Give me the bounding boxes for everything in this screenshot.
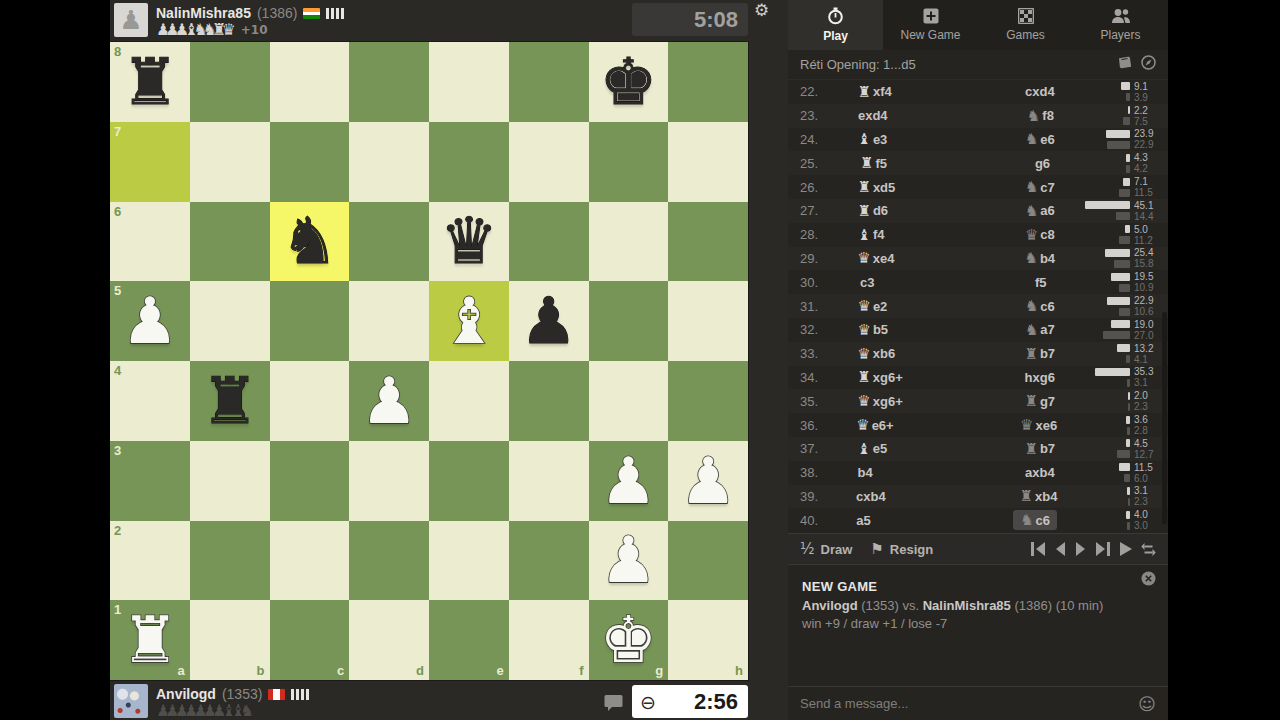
square-a3[interactable]: 3	[110, 441, 190, 521]
move-number: 25.	[788, 156, 860, 171]
move-black[interactable]: ♞c7	[1025, 178, 1055, 196]
move-white[interactable]: ♝f4	[857, 226, 1024, 244]
move-white[interactable]: a5	[856, 513, 1020, 528]
move-row: 40.a5♞c64.03.0	[788, 508, 1168, 532]
move-black[interactable]: ♜b7	[1024, 440, 1055, 458]
square-f7[interactable]	[509, 122, 589, 202]
square-e4[interactable]	[429, 361, 509, 441]
emoji-smiley-icon[interactable]: ☺	[1138, 694, 1156, 714]
square-b2[interactable]	[190, 521, 270, 601]
time-value: 7.5	[1130, 116, 1162, 127]
move-list[interactable]: 22.♜xf4cxd49.13.923.exd4♞f82.27.524.♝e3♞…	[788, 80, 1168, 533]
move-times: 11.56.0	[1055, 462, 1168, 484]
player-avatar[interactable]	[114, 684, 148, 718]
rank-label-7: 7	[114, 124, 121, 139]
move-number: 31.	[788, 299, 857, 314]
opponent-avatar[interactable]: ♟	[114, 3, 148, 37]
square-h8[interactable]	[668, 42, 748, 122]
move-black[interactable]: ♛xe6	[1020, 416, 1057, 434]
move-black[interactable]: ♞c6	[1020, 510, 1057, 530]
square-c3[interactable]	[270, 441, 350, 521]
time-value: 4.5	[1130, 438, 1162, 449]
time-bar	[1123, 178, 1130, 186]
move-times: 4.03.0	[1057, 509, 1168, 531]
time-bar	[1117, 344, 1130, 352]
square-a1[interactable]: 1a♜	[110, 600, 190, 680]
square-f2[interactable]	[509, 521, 589, 601]
move-times: 4.512.7	[1055, 438, 1168, 460]
square-h3[interactable]: ♟	[668, 441, 748, 521]
move-white[interactable]: ♜d6	[857, 202, 1024, 220]
tab-players[interactable]: Players	[1073, 0, 1168, 50]
player-name[interactable]: Anvilogd	[156, 686, 216, 702]
move-white[interactable]: ♜xf4	[857, 83, 1025, 101]
figurine-bishop: ♝	[857, 130, 870, 148]
move-white[interactable]: cxb4	[856, 489, 1019, 504]
move-number: 33.	[788, 346, 857, 361]
move-number: 34.	[788, 370, 857, 385]
time-value: 10.6	[1130, 306, 1162, 317]
figurine-queen: ♛	[857, 249, 870, 267]
time-bar	[1095, 368, 1130, 376]
flip-board-icon[interactable]	[1141, 542, 1156, 557]
square-a8[interactable]: 8♜	[110, 42, 190, 122]
move-row: 29.♛xe4♞b425.415.8	[788, 247, 1168, 271]
move-number: 37.	[788, 441, 857, 456]
piece-white-pawn[interactable]: ♟	[668, 441, 748, 521]
square-f4[interactable]	[509, 361, 589, 441]
square-e2[interactable]	[429, 521, 509, 601]
time-bar	[1117, 450, 1130, 458]
move-black[interactable]: ♞e6	[1025, 130, 1055, 148]
time-bar	[1107, 297, 1130, 305]
piece-white-pawn[interactable]: ♟	[589, 521, 669, 601]
move-black[interactable]: ♜xb4	[1020, 487, 1058, 505]
move-white[interactable]: ♜xd5	[857, 178, 1024, 196]
move-row: 31.♛e2♞c622.910.6	[788, 294, 1168, 318]
square-g2[interactable]: ♟	[589, 521, 669, 601]
square-h5[interactable]	[668, 281, 748, 361]
chat-bubble-icon[interactable]	[604, 694, 623, 715]
move-row: 37.♝e5♜b74.512.7	[788, 437, 1168, 461]
move-number: 36.	[788, 418, 856, 433]
time-value: 2.3	[1130, 401, 1162, 412]
figurine-rook: ♜	[1024, 345, 1037, 363]
move-list-scrollbar[interactable]	[1162, 80, 1167, 533]
square-g6[interactable]	[589, 202, 669, 282]
move-white[interactable]: ♛xb6	[857, 345, 1024, 363]
square-b3[interactable]	[190, 441, 270, 521]
rank-label-3: 3	[114, 443, 121, 458]
move-number: 32.	[788, 322, 857, 337]
captured-pawn: ♟	[184, 701, 193, 720]
time-value: 19.5	[1130, 271, 1162, 282]
square-c1[interactable]: c	[270, 600, 350, 680]
move-black[interactable]: hxg6	[1025, 370, 1055, 385]
square-b5[interactable]	[190, 281, 270, 361]
chess-board[interactable]: 8♜♚76♞♛5♟♝♟4♜♟3♟♟2♟1a♜bcdefg♚h	[110, 42, 748, 680]
figurine-rook: ♜	[1024, 392, 1037, 410]
move-number: 26.	[788, 180, 857, 195]
connection-bars-icon	[291, 689, 309, 700]
move-black[interactable]: ♛c8	[1025, 226, 1055, 244]
move-number: 27.	[788, 203, 857, 218]
half-point-icon: ½	[800, 540, 815, 558]
file-label-e: e	[497, 663, 504, 678]
square-d2[interactable]	[349, 521, 429, 601]
square-c5[interactable]	[270, 281, 350, 361]
move-times: 5.011.2	[1055, 224, 1168, 246]
square-b1[interactable]: b	[190, 600, 270, 680]
square-c8[interactable]	[270, 42, 350, 122]
timer-icon: ⊖	[640, 691, 656, 713]
square-h1[interactable]: h	[668, 600, 748, 680]
move-times: 3.62.8	[1057, 414, 1168, 436]
figurine-knight: ♞	[1020, 511, 1033, 529]
time-bar	[1106, 130, 1130, 138]
move-row: 35.♛xg6+♜g72.02.3	[788, 389, 1168, 413]
move-row: 27.♜d6♞a645.114.4	[788, 199, 1168, 223]
chat-bar: ☺	[788, 686, 1168, 720]
figurine-rook: ♜	[857, 202, 870, 220]
time-bar	[1119, 463, 1131, 471]
time-value: 4.2	[1130, 163, 1162, 174]
captured-bishop: ♝	[231, 701, 240, 720]
square-e1[interactable]: e	[429, 600, 509, 680]
square-h7[interactable]	[668, 122, 748, 202]
move-times: 3.12.3	[1057, 485, 1168, 507]
selected-move: ♞c6	[1013, 510, 1057, 530]
file-label-f: f	[579, 663, 583, 678]
chat-message-input[interactable]	[800, 696, 1138, 711]
opponent-captured-pieces: ♟♟♟♝♞♞♜♛ +10	[156, 22, 268, 38]
captured-pawn: ♟	[175, 20, 184, 39]
time-value: 3.1	[1130, 485, 1162, 496]
square-b7[interactable]	[190, 122, 270, 202]
move-times: 9.13.9	[1055, 81, 1168, 103]
figurine-knight: ♞	[1025, 321, 1038, 339]
time-bar	[1119, 308, 1130, 316]
move-row: 24.♝e3♞e623.922.9	[788, 128, 1168, 152]
file-label-c: c	[337, 663, 344, 678]
move-row: 26.♜xd5♞c77.111.5	[788, 175, 1168, 199]
piece-white-pawn[interactable]: ♟	[349, 361, 429, 441]
time-bar	[1116, 212, 1130, 220]
piece-white-rook[interactable]: ♜	[110, 600, 190, 680]
piece-black-rook[interactable]: ♜	[190, 361, 270, 441]
time-value: 4.3	[1130, 152, 1162, 163]
figurine-rook: ♜	[857, 83, 870, 101]
square-a2[interactable]: 2	[110, 521, 190, 601]
square-g8[interactable]: ♚	[589, 42, 669, 122]
square-f8[interactable]	[509, 42, 589, 122]
time-bar	[1119, 284, 1130, 292]
square-b6[interactable]	[190, 202, 270, 282]
time-value: 2.2	[1130, 105, 1162, 116]
move-times: 35.33.1	[1055, 366, 1168, 388]
opening-row: Réti Opening: 1...d5	[788, 50, 1168, 80]
tab-bar: Play New Game Games Players	[788, 0, 1168, 50]
piece-black-pawn[interactable]: ♟	[509, 281, 589, 361]
move-black[interactable]: g6	[1035, 156, 1050, 171]
square-d3[interactable]	[349, 441, 429, 521]
move-number: 39.	[788, 489, 856, 504]
time-bar	[1111, 273, 1131, 281]
square-h6[interactable]	[668, 202, 748, 282]
square-b4[interactable]: ♜	[190, 361, 270, 441]
move-black[interactable]: ♞a7	[1025, 321, 1055, 339]
square-g1[interactable]: g♚	[589, 600, 669, 680]
time-value: 12.7	[1130, 449, 1162, 460]
time-bar	[1121, 82, 1130, 90]
move-number: 40.	[788, 513, 856, 528]
move-white[interactable]: c3	[860, 275, 1035, 290]
square-d5[interactable]	[349, 281, 429, 361]
time-value: 5.0	[1130, 224, 1162, 235]
move-white[interactable]: ♛e6+	[856, 416, 1020, 434]
captured-pawn: ♟	[175, 701, 184, 720]
settings-gear-icon[interactable]: ⚙	[754, 0, 769, 20]
move-white[interactable]: ♝e3	[857, 130, 1024, 148]
figurine-rook: ♜	[1024, 440, 1037, 458]
move-row: 33.♛xb6♜b713.24.1	[788, 342, 1168, 366]
rank-label-4: 4	[114, 363, 121, 378]
square-e8[interactable]	[429, 42, 509, 122]
square-d1[interactable]: d	[349, 600, 429, 680]
piece-white-pawn[interactable]: ♟	[589, 441, 669, 521]
figurine-knight: ♞	[1024, 249, 1037, 267]
move-row: 32.♛b5♞a719.027.0	[788, 318, 1168, 342]
piece-black-king[interactable]: ♚	[589, 42, 669, 122]
sidebar-panel: Play New Game Games Players Réti Opening…	[788, 0, 1168, 720]
figurine-queen: ♛	[1020, 416, 1033, 434]
captured-rook: ♜	[212, 20, 221, 39]
move-white[interactable]: ♛xe4	[857, 249, 1024, 267]
connection-bars-icon	[326, 8, 344, 19]
previous-move-icon[interactable]	[1055, 542, 1066, 556]
move-black[interactable]: ♞a6	[1025, 202, 1055, 220]
square-e7[interactable]	[429, 122, 509, 202]
draw-button[interactable]: ½ Draw	[800, 540, 852, 558]
figurine-knight: ♞	[1025, 297, 1038, 315]
move-number: 22.	[788, 84, 857, 99]
material-advantage: +10	[241, 22, 268, 38]
move-times: 19.510.9	[1050, 271, 1168, 293]
move-number: 30.	[788, 275, 860, 290]
figurine-knight: ♞	[1025, 130, 1038, 148]
square-c2[interactable]	[270, 521, 350, 601]
mute-chat-icon[interactable]	[1141, 571, 1156, 590]
time-bar	[1105, 249, 1130, 257]
move-white[interactable]: ♛b5	[857, 321, 1024, 339]
figurine-queen: ♛	[857, 345, 870, 363]
time-value: 25.4	[1130, 247, 1162, 258]
move-row: 34.♜xg6+hxg635.33.1	[788, 366, 1168, 390]
rating-terms: win +9 / draw +1 / lose -7	[802, 616, 1154, 631]
move-black[interactable]: ♞f8	[1027, 107, 1054, 125]
piece-black-rook[interactable]: ♜	[110, 42, 190, 122]
square-d6[interactable]	[349, 202, 429, 282]
time-bar	[1107, 141, 1130, 149]
move-black[interactable]: cxd4	[1025, 84, 1055, 99]
move-white[interactable]: ♝e5	[857, 440, 1024, 458]
square-e3[interactable]	[429, 441, 509, 521]
move-white[interactable]: ♛e2	[857, 297, 1024, 315]
square-g7[interactable]	[589, 122, 669, 202]
captured-knight: ♞	[193, 20, 202, 39]
move-times: 22.910.6	[1055, 295, 1168, 317]
move-times: 25.415.8	[1055, 247, 1168, 269]
square-h4[interactable]	[668, 361, 748, 441]
player-bar: Anvilogd (1353) ♟♟♟♟♟♟♟♝♝♞ ⊖ 2:56	[112, 681, 748, 720]
figurine-queen: ♛	[857, 392, 870, 410]
move-white[interactable]: exd4	[858, 108, 1027, 123]
square-a7[interactable]: 7	[110, 122, 190, 202]
piece-black-knight[interactable]: ♞	[270, 202, 350, 282]
time-value: 3.6	[1130, 414, 1162, 425]
move-black[interactable]: axb4	[1025, 465, 1055, 480]
captured-bishop: ♝	[184, 20, 193, 39]
piece-white-bishop[interactable]: ♝	[429, 281, 509, 361]
game-controls: ½ Draw ⚑ Resign	[788, 533, 1168, 565]
move-times: 2.02.3	[1055, 390, 1168, 412]
move-number: 23.	[788, 108, 858, 123]
next-move-icon[interactable]	[1075, 542, 1086, 556]
figurine-bishop: ♝	[857, 440, 870, 458]
square-c4[interactable]	[270, 361, 350, 441]
move-times: 4.34.2	[1050, 152, 1168, 174]
square-a6[interactable]: 6	[110, 202, 190, 282]
captured-pawn: ♟	[203, 701, 212, 720]
move-number: 35.	[788, 394, 857, 409]
piece-white-pawn[interactable]: ♟	[110, 281, 190, 361]
canada-flag-icon	[268, 689, 285, 700]
jump-to-start-icon[interactable]	[1031, 542, 1046, 556]
tab-new-game[interactable]: New Game	[883, 0, 978, 50]
move-row: 25.♜f5g64.34.2	[788, 151, 1168, 175]
captured-knight: ♞	[240, 701, 249, 720]
player-clock: ⊖ 2:56	[632, 685, 748, 718]
move-number: 38.	[788, 465, 857, 480]
move-black[interactable]: ♞b4	[1024, 249, 1055, 267]
move-row: 30.c3f519.510.9	[788, 270, 1168, 294]
captured-pawn: ♟	[156, 20, 165, 39]
time-bar	[1103, 331, 1130, 339]
move-black[interactable]: ♞c6	[1025, 297, 1055, 315]
square-c6[interactable]: ♞	[270, 202, 350, 282]
square-f6[interactable]	[509, 202, 589, 282]
time-bar	[1085, 201, 1130, 209]
jump-to-end-icon[interactable]	[1095, 542, 1110, 556]
time-value: 11.5	[1130, 462, 1162, 473]
time-value: 35.3	[1130, 366, 1162, 377]
opponent-clock: 5:08	[632, 3, 748, 36]
time-value: 11.2	[1130, 235, 1162, 246]
matchup-line: Anvilogd (1353) vs. NalinMishra85 (1386)…	[802, 598, 1154, 613]
time-value: 23.9	[1130, 128, 1162, 139]
time-value: 22.9	[1130, 295, 1162, 306]
move-black[interactable]: ♜g7	[1024, 392, 1055, 410]
time-value: 22.9	[1130, 139, 1162, 150]
opening-name: Réti Opening: 1...d5	[800, 57, 1110, 72]
time-value: 15.8	[1130, 258, 1162, 269]
explorer-compass-icon[interactable]	[1141, 55, 1156, 74]
captured-pawn: ♟	[165, 701, 174, 720]
captured-bishop: ♝	[221, 701, 230, 720]
square-f1[interactable]: f	[509, 600, 589, 680]
square-d7[interactable]	[349, 122, 429, 202]
tab-games[interactable]: Games	[978, 0, 1073, 50]
figurine-queen: ♛	[857, 297, 870, 315]
opponent-name[interactable]: NalinMishra85	[156, 5, 251, 21]
figurine-queen: ♛	[857, 321, 870, 339]
square-g4[interactable]	[589, 361, 669, 441]
resign-button[interactable]: ⚑ Resign	[870, 540, 933, 558]
tab-play[interactable]: Play	[788, 0, 883, 50]
figurine-rook: ♜	[860, 154, 873, 172]
square-a5[interactable]: 5♟	[110, 281, 190, 361]
game-area: ♟ NalinMishra85 (1386) ♟♟♟♝♞♞♜♛ +10 5:08…	[110, 0, 788, 720]
piece-white-king[interactable]: ♚	[589, 600, 669, 680]
square-d8[interactable]	[349, 42, 429, 122]
time-value: 3.1	[1130, 377, 1162, 388]
square-e6[interactable]: ♛	[429, 202, 509, 282]
captured-pawn: ♟	[156, 701, 165, 720]
square-e5[interactable]: ♝	[429, 281, 509, 361]
move-number: 24.	[788, 132, 857, 147]
time-value: 2.3	[1130, 496, 1162, 507]
time-value: 10.9	[1130, 282, 1162, 293]
opening-book-icon[interactable]	[1118, 56, 1133, 74]
move-white[interactable]: ♜xg6+	[857, 368, 1024, 386]
time-value: 6.0	[1130, 473, 1162, 484]
move-row: 38.b4axb411.56.0	[788, 461, 1168, 485]
autoplay-icon[interactable]	[1119, 542, 1132, 556]
time-value: 3.9	[1130, 92, 1162, 103]
time-value: 3.0	[1130, 520, 1162, 531]
square-h2[interactable]	[668, 521, 748, 601]
square-g3[interactable]: ♟	[589, 441, 669, 521]
square-b8[interactable]	[190, 42, 270, 122]
figurine-knight: ♞	[1025, 178, 1038, 196]
time-bar	[1119, 189, 1131, 197]
square-f3[interactable]	[509, 441, 589, 521]
time-value: 2.0	[1130, 390, 1162, 401]
square-g5[interactable]	[589, 281, 669, 361]
move-white[interactable]: ♜f5	[860, 154, 1035, 172]
captured-pawn: ♟	[212, 701, 221, 720]
new-game-header: NEW GAME	[802, 579, 1154, 594]
move-white[interactable]: b4	[857, 465, 1025, 480]
move-white[interactable]: ♛xg6+	[857, 392, 1024, 410]
time-value: 2.8	[1130, 425, 1162, 436]
move-black[interactable]: f5	[1035, 275, 1050, 290]
move-black[interactable]: ♜b7	[1024, 345, 1055, 363]
opponent-bar: ♟ NalinMishra85 (1386) ♟♟♟♝♞♞♜♛ +10 5:08…	[112, 0, 748, 40]
figurine-queen: ♛	[856, 416, 869, 434]
square-d4[interactable]: ♟	[349, 361, 429, 441]
square-c7[interactable]	[270, 122, 350, 202]
opponent-rating: (1386)	[257, 5, 297, 21]
file-label-b: b	[257, 663, 265, 678]
piece-black-queen[interactable]: ♛	[429, 202, 509, 282]
move-times: 45.114.4	[1055, 200, 1168, 222]
figurine-knight: ♞	[1027, 107, 1040, 125]
move-times: 19.027.0	[1055, 319, 1168, 341]
square-f5[interactable]: ♟	[509, 281, 589, 361]
square-a4[interactable]: 4	[110, 361, 190, 441]
player-rating: (1353)	[222, 686, 262, 702]
